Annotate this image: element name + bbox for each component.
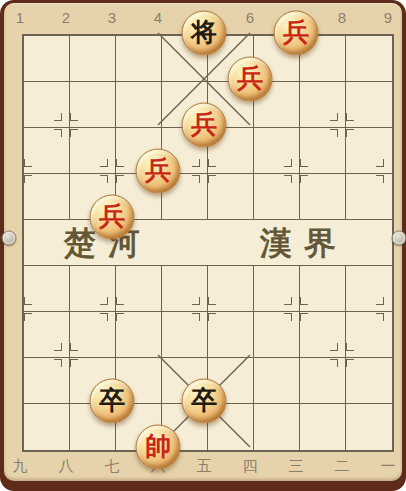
black-general[interactable]: 将 bbox=[182, 11, 227, 56]
piece-glyph: 兵 bbox=[99, 199, 125, 234]
pieces-layer: 将兵兵兵兵兵卒卒帥 bbox=[0, 0, 406, 491]
piece-glyph: 卒 bbox=[99, 383, 125, 418]
piece-glyph: 帥 bbox=[145, 429, 171, 464]
xiangqi-app: 楚河 漢界 123456789 九八七六五四三二一 将兵兵兵兵兵卒卒帥 bbox=[0, 0, 406, 491]
red-soldier-2[interactable]: 兵 bbox=[228, 57, 273, 102]
piece-glyph: 兵 bbox=[145, 153, 171, 188]
red-soldier-4[interactable]: 兵 bbox=[136, 149, 181, 194]
red-soldier-3[interactable]: 兵 bbox=[182, 103, 227, 148]
piece-glyph: 将 bbox=[191, 15, 217, 50]
red-soldier-5[interactable]: 兵 bbox=[90, 195, 135, 240]
piece-glyph: 兵 bbox=[283, 15, 309, 50]
black-soldier-2[interactable]: 卒 bbox=[182, 379, 227, 424]
piece-glyph: 卒 bbox=[191, 383, 217, 418]
piece-glyph: 兵 bbox=[237, 61, 263, 96]
red-soldier-1[interactable]: 兵 bbox=[274, 11, 319, 56]
red-general[interactable]: 帥 bbox=[136, 425, 181, 470]
piece-glyph: 兵 bbox=[191, 107, 217, 142]
black-soldier-1[interactable]: 卒 bbox=[90, 379, 135, 424]
